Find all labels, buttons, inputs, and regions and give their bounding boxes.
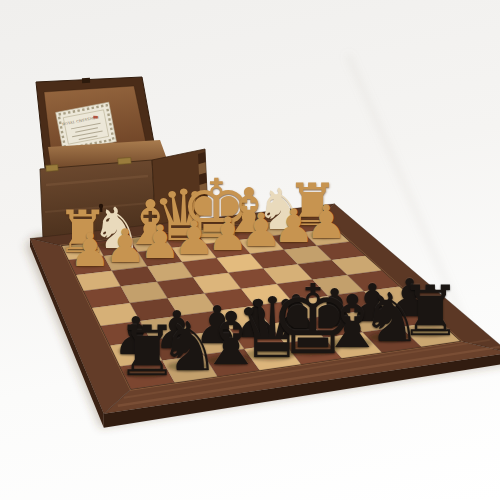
piece-black-rook-h1[interactable]: ♜ xyxy=(399,277,461,346)
piece-white-pawn-h7[interactable]: ♟ xyxy=(305,199,346,245)
photo-scene: ROYAL CHESSMEN ♜♞♝♛♚♝♞♜♟♟♟♟♟♟♟♟♟♟♟♟♟♟♟♟♜… xyxy=(0,0,500,500)
pieces-layer: ♜♞♝♛♚♝♞♜♟♟♟♟♟♟♟♟♟♟♟♟♟♟♟♟♜♞♝♛♚♝♞♜ xyxy=(0,0,500,500)
